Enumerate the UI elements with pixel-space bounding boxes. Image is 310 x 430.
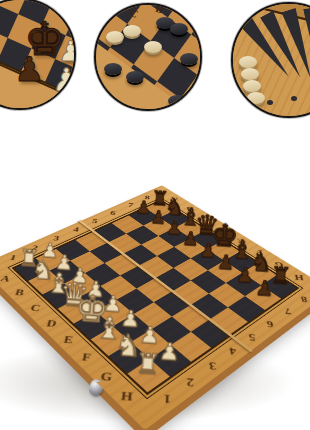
dark-checker bbox=[170, 23, 188, 35]
dark-checker bbox=[126, 71, 144, 83]
light-checker bbox=[123, 25, 141, 37]
white-pawn-icon: ♟ bbox=[52, 64, 76, 96]
light-checker bbox=[144, 41, 162, 53]
light-backgammon-checker bbox=[239, 56, 257, 68]
dark-checker bbox=[104, 63, 122, 75]
coordinate-label-7: 7 bbox=[121, 198, 140, 212]
light-backgammon-checker bbox=[241, 68, 259, 80]
coordinate-label-8: 8 bbox=[138, 191, 156, 204]
coordinate-label-6: 6 bbox=[103, 206, 123, 220]
coordinate-label-5: 5 bbox=[85, 214, 106, 229]
dark-checker bbox=[180, 53, 198, 65]
coordinate-label-f: F bbox=[246, 246, 272, 259]
coordinate-label-4: 4 bbox=[65, 222, 87, 237]
chessboard: 12345678 12345678 ABCDEFGH ABCDEFGH ♜♞♝♛… bbox=[0, 185, 310, 430]
black-pawn-h7: ♟ bbox=[233, 276, 296, 301]
chessboard-scene: 12345678 12345678 ABCDEFGH ABCDEFGH ♜♞♝♛… bbox=[0, 100, 310, 430]
product-photo-3in1-chess-set: ♚ ♟ ♟ ♟ C D 5 bbox=[0, 0, 310, 430]
coordinate-label-3: 3 bbox=[45, 231, 68, 247]
light-backgammon-checker bbox=[243, 80, 261, 92]
light-checker bbox=[106, 31, 124, 43]
pieces-layer: ♜♞♝♛♚♝♞♜♟♟♟♟♟♟♟♟♟♟♟♟♟♟♟♟♜♞♝♛♚♝♞♜ bbox=[12, 199, 300, 395]
inset-checkers-closeup: C D 5 bbox=[94, 3, 202, 111]
black-pawn-icon: ♟ bbox=[14, 52, 44, 86]
white-rook-h1: ♜ bbox=[110, 348, 184, 381]
